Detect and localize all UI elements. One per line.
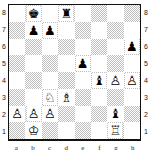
file-label-e: e: [75, 145, 92, 150]
square-b4[interactable]: [25, 72, 41, 89]
square-h2[interactable]: [124, 106, 140, 123]
square-c7[interactable]: ♟: [42, 22, 58, 39]
square-d3[interactable]: ♗: [58, 89, 74, 106]
file-label-c: c: [41, 145, 58, 150]
square-g3[interactable]: [107, 89, 123, 106]
square-f5[interactable]: [91, 55, 107, 72]
rank-labels-left: 87654321: [0, 4, 8, 140]
rank-label-3-right: 3: [142, 89, 150, 106]
white-knight-icon[interactable]: ♘: [43, 90, 57, 105]
black-bishop-icon[interactable]: ♝: [108, 106, 122, 121]
square-a8[interactable]: [9, 5, 25, 22]
square-h7[interactable]: [124, 22, 140, 39]
rank-label-2-left: 2: [0, 106, 8, 123]
black-rook-icon[interactable]: ♜: [59, 6, 73, 21]
file-label-a: a: [8, 145, 25, 150]
square-a6[interactable]: [9, 39, 25, 56]
rank-label-2-right: 2: [142, 106, 150, 123]
square-h5[interactable]: [124, 55, 140, 72]
square-d8[interactable]: ♜: [58, 5, 74, 22]
rank-label-5-left: 5: [0, 55, 8, 72]
square-a5[interactable]: [9, 55, 25, 72]
square-d1[interactable]: [58, 122, 74, 139]
square-c6[interactable]: [42, 39, 58, 56]
chess-diagram: 87654321 ♚♜♟♟♟♟♝♙♙♘♗♙♙♙♝♔♖ 87654321 abcd…: [0, 0, 150, 150]
rank-label-8-right: 8: [142, 4, 150, 21]
rank-label-4-left: 4: [0, 72, 8, 89]
rank-label-7-left: 7: [0, 21, 8, 38]
white-pawn-icon[interactable]: ♙: [125, 73, 139, 88]
black-pawn-icon[interactable]: ♟: [27, 23, 41, 38]
square-b8[interactable]: ♚: [25, 5, 41, 22]
square-h1[interactable]: [124, 122, 140, 139]
rank-label-6-right: 6: [142, 38, 150, 55]
square-d5[interactable]: [58, 55, 74, 72]
square-d6[interactable]: [58, 39, 74, 56]
black-king-icon[interactable]: ♚: [27, 6, 41, 21]
square-c8[interactable]: [42, 5, 58, 22]
square-h4[interactable]: ♙: [124, 72, 140, 89]
file-label-h: h: [124, 145, 141, 150]
square-e5[interactable]: ♟: [75, 55, 91, 72]
square-f6[interactable]: [91, 39, 107, 56]
rank-label-8-left: 8: [0, 4, 8, 21]
chess-board: ♚♜♟♟♟♟♝♙♙♘♗♙♙♙♝♔♖: [8, 4, 141, 141]
square-b2[interactable]: ♙: [25, 106, 41, 123]
white-pawn-icon[interactable]: ♙: [43, 106, 57, 121]
white-pawn-icon[interactable]: ♙: [27, 106, 41, 121]
black-pawn-icon[interactable]: ♟: [43, 23, 57, 38]
square-g1[interactable]: ♖: [107, 122, 123, 139]
square-f4[interactable]: ♝: [91, 72, 107, 89]
square-c4[interactable]: [42, 72, 58, 89]
black-bishop-icon[interactable]: ♝: [92, 73, 106, 88]
square-d7[interactable]: [58, 22, 74, 39]
square-e4[interactable]: [75, 72, 91, 89]
square-e8[interactable]: [75, 5, 91, 22]
rank-label-1-right: 1: [142, 123, 150, 140]
black-pawn-icon[interactable]: ♟: [125, 39, 139, 54]
rank-label-5-right: 5: [142, 55, 150, 72]
file-label-f: f: [91, 145, 108, 150]
rank-label-4-right: 4: [142, 72, 150, 89]
white-king-icon[interactable]: ♔: [27, 123, 41, 138]
square-d4[interactable]: [58, 72, 74, 89]
square-f1[interactable]: [91, 122, 107, 139]
rank-labels-right: 87654321: [142, 4, 150, 140]
square-e7[interactable]: [75, 22, 91, 39]
square-a1[interactable]: [9, 122, 25, 139]
square-a2[interactable]: ♙: [9, 106, 25, 123]
white-pawn-icon[interactable]: ♙: [108, 73, 122, 88]
white-pawn-icon[interactable]: ♙: [10, 106, 24, 121]
white-rook-icon[interactable]: ♖: [108, 123, 122, 138]
rank-label-6-left: 6: [0, 38, 8, 55]
square-a7[interactable]: [9, 22, 25, 39]
square-g2[interactable]: ♝: [107, 106, 123, 123]
square-f7[interactable]: [91, 22, 107, 39]
black-pawn-icon[interactable]: ♟: [76, 56, 90, 71]
square-b3[interactable]: [25, 89, 41, 106]
file-label-d: d: [58, 145, 75, 150]
square-g7[interactable]: [107, 22, 123, 39]
square-g4[interactable]: ♙: [107, 72, 123, 89]
square-f8[interactable]: [91, 5, 107, 22]
square-b6[interactable]: [25, 39, 41, 56]
square-c3[interactable]: ♘: [42, 89, 58, 106]
square-e6[interactable]: [75, 39, 91, 56]
square-f2[interactable]: [91, 106, 107, 123]
file-label-g: g: [108, 145, 125, 150]
file-labels: abcdefgh: [8, 145, 141, 150]
square-e1[interactable]: [75, 122, 91, 139]
file-label-b: b: [25, 145, 42, 150]
rank-label-7-right: 7: [142, 21, 150, 38]
square-b5[interactable]: [25, 55, 41, 72]
square-h8[interactable]: [124, 5, 140, 22]
square-a4[interactable]: [9, 72, 25, 89]
rank-label-1-left: 1: [0, 123, 8, 140]
square-c2[interactable]: ♙: [42, 106, 58, 123]
square-b1[interactable]: ♔: [25, 122, 41, 139]
square-g8[interactable]: [107, 5, 123, 22]
square-a3[interactable]: [9, 89, 25, 106]
square-e3[interactable]: [75, 89, 91, 106]
square-d2[interactable]: [58, 106, 74, 123]
square-g5[interactable]: [107, 55, 123, 72]
square-e2[interactable]: [75, 106, 91, 123]
rank-label-3-left: 3: [0, 89, 8, 106]
square-h6[interactable]: ♟: [124, 39, 140, 56]
square-b7[interactable]: ♟: [25, 22, 41, 39]
square-f3[interactable]: [91, 89, 107, 106]
square-g6[interactable]: [107, 39, 123, 56]
white-bishop-icon[interactable]: ♗: [59, 90, 73, 105]
square-c5[interactable]: [42, 55, 58, 72]
square-c1[interactable]: [42, 122, 58, 139]
square-h3[interactable]: [124, 89, 140, 106]
